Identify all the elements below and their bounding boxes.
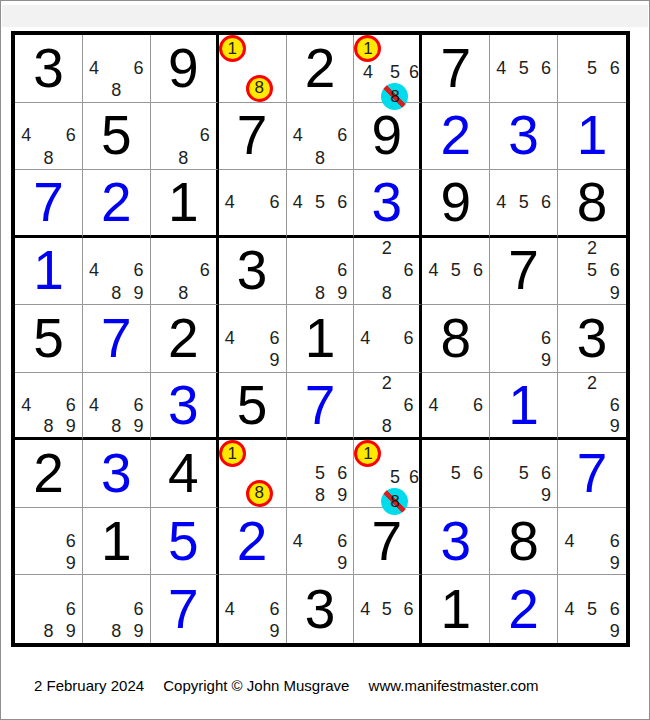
candidate: 4 (219, 327, 241, 349)
candidate: 5 (381, 62, 408, 83)
given-digit: 8 (490, 508, 557, 575)
candidate: 6 (263, 327, 285, 349)
cell-r8c6[interactable]: 7 (354, 508, 422, 576)
candidate: 4 (354, 327, 376, 349)
candidate: 6 (408, 62, 419, 83)
cell-r5c4[interactable]: 469 (219, 305, 287, 373)
candidate: 8 (309, 147, 331, 169)
cell-r4c1[interactable]: 1 (15, 238, 83, 306)
candidate: 4 (490, 57, 512, 79)
given-digit: 2 (287, 35, 354, 102)
candidate: 2 (581, 238, 604, 260)
candidate: 6 (535, 192, 557, 214)
candidate: 9 (603, 416, 626, 438)
given-digit: 3 (287, 575, 354, 643)
candidate: 4 (558, 598, 581, 621)
candidate: 5 (445, 463, 467, 485)
candidate: 9 (60, 416, 82, 438)
candidate: 4 (422, 260, 444, 282)
solved-digit: 2 (219, 508, 286, 575)
candidate: 8 (105, 620, 127, 643)
candidate: 5 (581, 57, 604, 79)
candidate-grid: 2569 (558, 238, 626, 305)
cell-r7c4[interactable]: 18 (219, 440, 287, 508)
candidate: 4 (422, 394, 444, 416)
cell-r6c4[interactable]: 5 (219, 373, 287, 441)
candidate: 5 (309, 463, 331, 485)
cell-r9c3[interactable]: 7 (151, 575, 219, 643)
candidate: 6 (398, 394, 420, 416)
candidate-grid: 268 (354, 238, 419, 305)
candidate: 8 (309, 282, 331, 304)
cell-r5c5[interactable]: 1 (287, 305, 355, 373)
candidate: 5 (581, 598, 604, 621)
candidate: 8 (172, 282, 194, 304)
cell-r1c8[interactable]: 456 (490, 35, 558, 103)
cell-r4c7[interactable]: 456 (422, 238, 490, 306)
candidate: 9 (331, 485, 353, 507)
cell-r8c7[interactable]: 3 (422, 508, 490, 576)
yellow-circle-highlight: 1 (354, 35, 381, 62)
candidate: 4 (558, 530, 581, 552)
candidate-grid: 4689 (83, 373, 150, 438)
candidate-grid: 18 (219, 440, 286, 507)
candidate-grid: 4689 (83, 238, 150, 305)
candidate: 2 (581, 373, 604, 395)
solved-digit: 3 (490, 103, 557, 170)
cell-r3c8[interactable]: 456 (490, 170, 558, 238)
cell-r1c3[interactable]: 9 (151, 35, 219, 103)
cell-r8c3[interactable]: 5 (151, 508, 219, 576)
cell-r8c4[interactable]: 2 (219, 508, 287, 576)
yellow-circle-highlight: 1 (354, 440, 381, 467)
cell-r8c5[interactable]: 469 (287, 508, 355, 576)
candidate: 4 (219, 598, 241, 621)
candidate: 8 (376, 282, 398, 304)
candidate: 5 (309, 192, 331, 214)
cell-r1c2[interactable]: 468 (83, 35, 151, 103)
cell-r8c9[interactable]: 469 (558, 508, 626, 576)
solved-digit: 2 (83, 170, 150, 235)
header-band (2, 5, 648, 27)
cell-r3c4[interactable]: 46 (219, 170, 287, 238)
candidate: 6 (603, 57, 626, 79)
candidate: 5 (445, 260, 467, 282)
solved-digit: 7 (151, 575, 216, 643)
solved-digit: 2 (490, 575, 557, 643)
given-digit: 1 (287, 305, 354, 372)
candidate: 8 (105, 79, 127, 101)
candidate-grid: 4689 (15, 373, 82, 438)
cell-r6c6[interactable]: 268 (354, 373, 422, 441)
given-digit: 2 (151, 305, 216, 372)
candidate: 6 (194, 125, 216, 147)
candidate: 9 (127, 416, 149, 438)
cell-r9c8[interactable]: 2 (490, 575, 558, 643)
candidate: 6 (60, 530, 82, 552)
candidate-grid: 46 (422, 373, 489, 438)
cell-r4c4[interactable]: 3 (219, 238, 287, 306)
candidate: 4 (83, 260, 105, 282)
given-digit: 3 (15, 35, 82, 102)
candidate-grid: 5689 (287, 440, 354, 507)
given-digit: 9 (151, 35, 216, 102)
yellow-circle-highlight: 1 (219, 35, 246, 62)
candidate-grid: 18 (219, 35, 286, 102)
yellow-circle-highlight: 8 (246, 75, 273, 102)
given-digit: 5 (83, 103, 150, 170)
footer-website-link[interactable]: www.manifestmaster.com (369, 677, 539, 694)
candidate: 6 (194, 260, 216, 282)
cell-r7c2[interactable]: 3 (83, 440, 151, 508)
candidate: 9 (331, 552, 353, 574)
candidate: 8 (37, 620, 59, 643)
candidate-grid: 14568 (354, 35, 419, 102)
cell-r2c5[interactable]: 468 (287, 103, 355, 171)
cell-r7c3[interactable]: 4 (151, 440, 219, 508)
candidate: 6 (603, 530, 626, 552)
cell-r9c4[interactable]: 469 (219, 575, 287, 643)
cell-r2c3[interactable]: 68 (151, 103, 219, 171)
candidate: 5 (381, 467, 408, 488)
cell-r5c6[interactable]: 46 (354, 305, 422, 373)
candidate-grid: 268 (354, 373, 419, 438)
cell-r4c2[interactable]: 4689 (83, 238, 151, 306)
candidate: 9 (331, 282, 353, 304)
cell-r8c1[interactable]: 69 (15, 508, 83, 576)
candidate-grid: 69 (15, 508, 82, 575)
candidate: 4 (15, 394, 37, 416)
cell-r6c1[interactable]: 4689 (15, 373, 83, 441)
cell-r5c7[interactable]: 8 (422, 305, 490, 373)
candidate-grid: 56 (558, 35, 626, 102)
candidate: 6 (398, 327, 420, 349)
given-digit: 3 (219, 238, 286, 305)
candidate-grid: 69 (490, 305, 557, 372)
candidate: 6 (60, 598, 82, 621)
cell-r1c5[interactable]: 2 (287, 35, 355, 103)
cell-r1c9[interactable]: 56 (558, 35, 626, 103)
candidate: 5 (513, 192, 535, 214)
candidate-grid: 689 (287, 238, 354, 305)
cell-r7c8[interactable]: 569 (490, 440, 558, 508)
cell-r2c6[interactable]: 9 (354, 103, 422, 171)
solved-digit: 3 (151, 373, 216, 438)
candidate-grid: 456 (490, 35, 557, 102)
candidate: 6 (331, 530, 353, 552)
given-digit: 7 (219, 103, 286, 170)
candidate: 4 (354, 62, 381, 83)
cell-r2c2[interactable]: 5 (83, 103, 151, 171)
candidate: 5 (376, 598, 398, 621)
candidate: 6 (535, 463, 557, 485)
cell-r3c9[interactable]: 8 (558, 170, 626, 238)
cell-r3c5[interactable]: 456 (287, 170, 355, 238)
candidate-grid: 468 (287, 103, 354, 170)
candidate: 6 (331, 125, 353, 147)
solved-digit: 7 (15, 170, 82, 235)
solved-digit: 7 (83, 305, 150, 372)
candidate: 6 (127, 598, 149, 621)
cell-r9c7[interactable]: 1 (422, 575, 490, 643)
candidate: 9 (263, 350, 285, 372)
candidate-grid: 469 (558, 508, 626, 575)
given-digit: 5 (15, 305, 82, 372)
cell-r7c7[interactable]: 56 (422, 440, 490, 508)
footer-copyright: Copyright © John Musgrave (163, 677, 349, 694)
cell-r3c2[interactable]: 2 (83, 170, 151, 238)
given-digit: 3 (558, 305, 626, 372)
cell-r2c1[interactable]: 468 (15, 103, 83, 171)
candidate: 9 (603, 282, 626, 304)
candidate: 2 (376, 238, 398, 260)
cell-r6c8[interactable]: 1 (490, 373, 558, 441)
given-digit: 4 (151, 440, 216, 507)
cell-r5c1[interactable]: 5 (15, 305, 83, 373)
cell-r9c2[interactable]: 689 (83, 575, 151, 643)
candidate: 9 (263, 620, 285, 643)
sudoku-board: 3468918214568745656468568746892317214645… (11, 31, 630, 647)
solved-digit: 3 (354, 170, 419, 235)
candidate: 4 (490, 192, 512, 214)
cell-r5c9[interactable]: 3 (558, 305, 626, 373)
yellow-circle-highlight: 1 (219, 440, 246, 467)
candidate: 2 (376, 373, 398, 395)
candidate-grid: 1568 (354, 440, 419, 507)
given-digit: 9 (422, 170, 489, 235)
candidate: 6 (263, 192, 285, 214)
cell-r2c9[interactable]: 1 (558, 103, 626, 171)
candidate-grid: 468 (15, 103, 82, 170)
cell-r1c7[interactable]: 7 (422, 35, 490, 103)
cell-r1c1[interactable]: 3 (15, 35, 83, 103)
candidate: 9 (603, 552, 626, 574)
candidate: 4 (287, 192, 309, 214)
cell-r4c9[interactable]: 2569 (558, 238, 626, 306)
cell-r1c4[interactable]: 18 (219, 35, 287, 103)
candidate-grid: 469 (219, 305, 286, 372)
solved-digit: 1 (15, 238, 82, 305)
cell-r6c9[interactable]: 269 (558, 373, 626, 441)
cell-r6c7[interactable]: 46 (422, 373, 490, 441)
candidate: 8 (37, 147, 59, 169)
cell-r3c6[interactable]: 3 (354, 170, 422, 238)
candidate: 5 (513, 57, 535, 79)
candidate: 6 (535, 57, 557, 79)
candidate: 8 (105, 282, 127, 304)
candidate: 6 (603, 598, 626, 621)
solved-digit: 1 (490, 373, 557, 438)
cell-r1c6[interactable]: 14568 (354, 35, 422, 103)
candidate: 9 (535, 485, 557, 507)
cell-r5c8[interactable]: 69 (490, 305, 558, 373)
cell-r7c9[interactable]: 7 (558, 440, 626, 508)
cell-r4c8[interactable]: 7 (490, 238, 558, 306)
candidate-grid: 68 (151, 103, 216, 170)
candidate: 6 (467, 260, 489, 282)
candidate: 5 (581, 260, 604, 282)
cell-r3c1[interactable]: 7 (15, 170, 83, 238)
candidate: 6 (398, 598, 420, 621)
given-digit: 1 (83, 508, 150, 575)
solved-digit: 7 (558, 440, 626, 507)
candidate: 6 (398, 260, 420, 282)
candidate: 8 (172, 147, 194, 169)
cell-r7c6[interactable]: 1568 (354, 440, 422, 508)
candidate-grid: 46 (219, 170, 286, 235)
candidate: 9 (603, 620, 626, 643)
candidate: 6 (408, 467, 419, 488)
cell-r2c8[interactable]: 3 (490, 103, 558, 171)
solved-digit: 3 (422, 508, 489, 575)
candidate-grid: 689 (15, 575, 82, 643)
cell-r6c2[interactable]: 4689 (83, 373, 151, 441)
candidate: 6 (127, 260, 149, 282)
cell-r9c6[interactable]: 456 (354, 575, 422, 643)
candidate: 6 (467, 463, 489, 485)
cell-r2c7[interactable]: 2 (422, 103, 490, 171)
candidate: 9 (60, 552, 82, 574)
given-digit: 2 (15, 440, 82, 507)
solved-digit: 5 (151, 508, 216, 575)
candidate: 6 (60, 125, 82, 147)
given-digit: 7 (422, 35, 489, 102)
candidate: 6 (331, 192, 353, 214)
cell-r7c5[interactable]: 5689 (287, 440, 355, 508)
candidate: 8 (37, 416, 59, 438)
cell-r6c5[interactable]: 7 (287, 373, 355, 441)
candidate-grid: 456 (490, 170, 557, 235)
candidate: 4 (287, 125, 309, 147)
cell-r9c5[interactable]: 3 (287, 575, 355, 643)
candidate-grid: 468 (83, 35, 150, 102)
candidate: 4 (15, 125, 37, 147)
cell-r2c4[interactable]: 7 (219, 103, 287, 171)
candidate-grid: 689 (83, 575, 150, 643)
candidate-grid: 4569 (558, 575, 626, 643)
cell-r6c3[interactable]: 3 (151, 373, 219, 441)
candidate: 6 (603, 394, 626, 416)
cell-r5c3[interactable]: 2 (151, 305, 219, 373)
candidate-grid: 569 (490, 440, 557, 507)
footer: 2 February 2024 Copyright © John Musgrav… (34, 677, 554, 694)
candidate: 9 (535, 350, 557, 372)
page: 3468918214568745656468568746892317214645… (0, 0, 650, 720)
given-digit: 1 (422, 575, 489, 643)
cell-r4c5[interactable]: 689 (287, 238, 355, 306)
solved-digit: 1 (558, 103, 626, 170)
candidate: 4 (219, 192, 241, 214)
cell-r4c6[interactable]: 268 (354, 238, 422, 306)
candidate-grid: 456 (354, 575, 419, 643)
candidate: 6 (535, 327, 557, 349)
candidate-grid: 68 (151, 238, 216, 305)
candidate: 4 (83, 57, 105, 79)
cell-r9c9[interactable]: 4569 (558, 575, 626, 643)
candidate-grid: 456 (422, 238, 489, 305)
candidate-grid: 269 (558, 373, 626, 438)
given-digit: 8 (558, 170, 626, 235)
candidate: 6 (331, 260, 353, 282)
cell-r3c7[interactable]: 9 (422, 170, 490, 238)
candidate-grid: 469 (219, 575, 286, 643)
candidate-grid: 456 (287, 170, 354, 235)
solved-digit: 7 (287, 373, 354, 438)
given-digit: 1 (151, 170, 216, 235)
cell-r8c2[interactable]: 1 (83, 508, 151, 576)
candidate: 6 (603, 260, 626, 282)
candidate: 9 (127, 620, 149, 643)
yellow-circle-highlight: 8 (246, 480, 273, 507)
candidate: 9 (60, 620, 82, 643)
candidate: 6 (467, 394, 489, 416)
candidate-grid: 46 (354, 305, 419, 372)
candidate: 6 (263, 598, 285, 621)
given-digit: 7 (490, 238, 557, 305)
solved-digit: 3 (83, 440, 150, 507)
candidate: 9 (127, 282, 149, 304)
given-digit: 7 (354, 508, 419, 575)
candidate-grid: 469 (287, 508, 354, 575)
given-digit: 9 (354, 103, 419, 170)
candidate: 6 (127, 394, 149, 416)
cell-r7c1[interactable]: 2 (15, 440, 83, 508)
candidate: 6 (60, 394, 82, 416)
candidate: 4 (287, 530, 309, 552)
cell-r9c1[interactable]: 689 (15, 575, 83, 643)
candidate: 6 (331, 463, 353, 485)
footer-date: 2 February 2024 (34, 677, 144, 694)
given-digit: 8 (422, 305, 489, 372)
candidate: 8 (105, 416, 127, 438)
candidate: 4 (83, 394, 105, 416)
given-digit: 5 (219, 373, 286, 438)
cell-r4c3[interactable]: 68 (151, 238, 219, 306)
candidate: 8 (309, 485, 331, 507)
cell-r8c8[interactable]: 8 (490, 508, 558, 576)
cell-r3c3[interactable]: 1 (151, 170, 219, 238)
candidate: 4 (354, 598, 376, 621)
candidate-grid: 56 (422, 440, 489, 507)
solved-digit: 2 (422, 103, 489, 170)
cell-r5c2[interactable]: 7 (83, 305, 151, 373)
candidate: 5 (513, 463, 535, 485)
candidate: 8 (376, 416, 398, 438)
candidate: 6 (127, 57, 149, 79)
